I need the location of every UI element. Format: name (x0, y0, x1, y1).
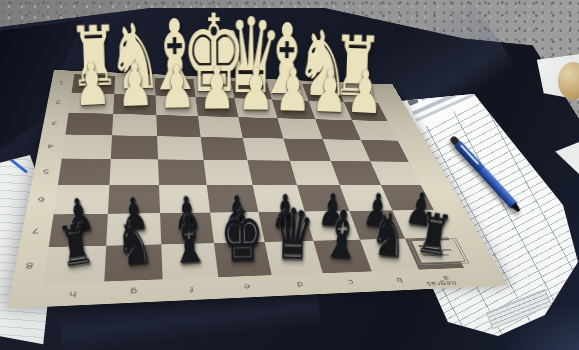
piece-black-rook-a8[interactable]: ♜ (414, 210, 455, 260)
square-d4[interactable] (243, 138, 290, 161)
square-h5[interactable] (58, 159, 111, 185)
file-label-e: e (243, 283, 251, 290)
square-d5[interactable] (247, 160, 296, 185)
file-label-g: g (130, 288, 137, 296)
rank-label-1: 1 (58, 81, 64, 85)
piece-white-pawn-d2[interactable]: ♟ (237, 65, 273, 112)
piece-white-pawn-g2[interactable]: ♟ (116, 61, 154, 109)
file-label-b: b (395, 277, 404, 284)
rank-label-7: 7 (31, 227, 40, 234)
square-f5[interactable] (158, 159, 207, 185)
rank-label-4: 4 (47, 143, 55, 148)
piece-black-bishop-c8[interactable]: ♝ (321, 208, 364, 263)
square-e4[interactable] (201, 137, 248, 160)
square-g5[interactable] (109, 159, 159, 185)
rank-label-2: 2 (55, 100, 62, 104)
square-c5[interactable] (290, 161, 340, 185)
photo-scene: negras 1h2g3f4e5d6c7b8a ♜♞♝♛♚♝♞♜♟♟♟♟♟♟♟♟… (0, 0, 579, 350)
rank-label-5: 5 (42, 169, 50, 175)
square-g4[interactable] (111, 135, 158, 159)
piece-white-pawn-a2[interactable]: ♟ (346, 68, 384, 117)
square-c4[interactable] (283, 139, 330, 162)
rank-label-6: 6 (37, 196, 45, 202)
square-e5[interactable] (204, 160, 253, 185)
piece-black-queen-d8[interactable]: ♛ (271, 206, 315, 263)
piece-black-knight-b8[interactable]: ♞ (368, 209, 410, 261)
square-f4[interactable] (157, 136, 203, 160)
piece-white-pawn-c2[interactable]: ♟ (275, 66, 312, 114)
piece-white-pawn-h2[interactable]: ♟ (73, 60, 111, 109)
file-label-d: d (296, 281, 304, 288)
piece-black-knight-g8[interactable]: ♞ (113, 217, 155, 269)
rank-label-8: 8 (25, 261, 35, 269)
rank-label-3: 3 (51, 121, 58, 126)
piece-black-king-e8[interactable]: ♚ (220, 207, 265, 266)
piece-black-rook-h8[interactable]: ♜ (56, 221, 97, 271)
piece-white-pawn-e2[interactable]: ♟ (199, 64, 235, 111)
file-label-f: f (189, 285, 193, 292)
square-h4[interactable] (62, 135, 112, 159)
file-label-h: h (69, 290, 77, 298)
piece-black-bishop-f8[interactable]: ♝ (168, 212, 211, 267)
corner-label: negras (425, 280, 458, 288)
piece-white-pawn-f2[interactable]: ♟ (158, 63, 195, 111)
piece-white-pawn-b2[interactable]: ♟ (311, 67, 349, 115)
file-label-c: c (347, 279, 354, 286)
